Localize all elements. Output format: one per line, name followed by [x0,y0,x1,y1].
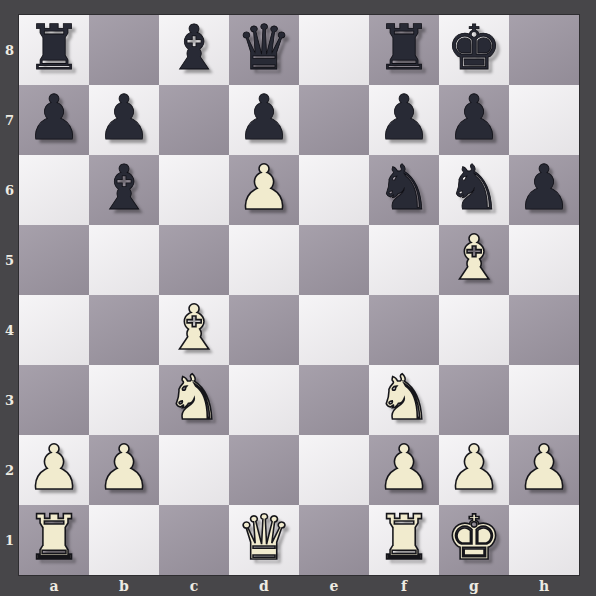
square-d5[interactable] [229,225,299,295]
square-d7[interactable]: ♟ [229,85,299,155]
square-a7[interactable]: ♟ [19,85,89,155]
square-h4[interactable] [509,295,579,365]
square-f1[interactable]: ♜ [369,505,439,575]
square-d6[interactable]: ♟ [229,155,299,225]
square-b4[interactable] [89,295,159,365]
rank-label-1: 1 [0,505,19,575]
piece-black-knight[interactable]: ♞ [376,157,432,219]
square-f4[interactable] [369,295,439,365]
file-label-g: g [439,575,509,596]
square-h2[interactable]: ♟ [509,435,579,505]
square-h3[interactable] [509,365,579,435]
square-a4[interactable] [19,295,89,365]
piece-black-rook[interactable]: ♜ [26,17,82,79]
square-h6[interactable]: ♟ [509,155,579,225]
square-g7[interactable]: ♟ [439,85,509,155]
square-f7[interactable]: ♟ [369,85,439,155]
square-d8[interactable]: ♛ [229,15,299,85]
piece-white-pawn[interactable]: ♟ [376,437,432,499]
square-e8[interactable] [299,15,369,85]
square-h8[interactable] [509,15,579,85]
piece-white-king[interactable]: ♚ [446,507,502,569]
piece-black-bishop[interactable]: ♝ [166,17,222,79]
piece-black-pawn[interactable]: ♟ [376,87,432,149]
square-h1[interactable] [509,505,579,575]
square-e1[interactable] [299,505,369,575]
piece-white-knight[interactable]: ♞ [376,367,432,429]
board: ♜♝♛♜♚♟♟♟♟♟♝♟♞♞♟♝♝♞♞♟♟♟♟♟♜♛♜♚ [19,15,579,575]
piece-black-pawn[interactable]: ♟ [236,87,292,149]
piece-white-bishop[interactable]: ♝ [446,227,502,289]
square-g8[interactable]: ♚ [439,15,509,85]
square-b6[interactable]: ♝ [89,155,159,225]
square-a3[interactable] [19,365,89,435]
square-c6[interactable] [159,155,229,225]
square-g1[interactable]: ♚ [439,505,509,575]
piece-black-knight[interactable]: ♞ [446,157,502,219]
square-b2[interactable]: ♟ [89,435,159,505]
chess-board-frame: 87654321 ♜♝♛♜♚♟♟♟♟♟♝♟♞♞♟♝♝♞♞♟♟♟♟♟♜♛♜♚ ab… [0,0,596,596]
file-label-c: c [159,575,229,596]
square-f6[interactable]: ♞ [369,155,439,225]
square-a6[interactable] [19,155,89,225]
square-d2[interactable] [229,435,299,505]
file-label-e: e [299,575,369,596]
square-g6[interactable]: ♞ [439,155,509,225]
square-e2[interactable] [299,435,369,505]
piece-black-pawn[interactable]: ♟ [96,87,152,149]
square-e6[interactable] [299,155,369,225]
piece-white-queen[interactable]: ♛ [236,507,292,569]
piece-black-pawn[interactable]: ♟ [446,87,502,149]
square-e4[interactable] [299,295,369,365]
square-d4[interactable] [229,295,299,365]
piece-black-queen[interactable]: ♛ [236,17,292,79]
rank-label-8: 8 [0,15,19,85]
file-labels: abcdefgh [19,575,579,596]
square-d1[interactable]: ♛ [229,505,299,575]
piece-white-pawn[interactable]: ♟ [96,437,152,499]
rank-label-7: 7 [0,85,19,155]
piece-white-rook[interactable]: ♜ [376,507,432,569]
square-a1[interactable]: ♜ [19,505,89,575]
square-f3[interactable]: ♞ [369,365,439,435]
square-d3[interactable] [229,365,299,435]
piece-white-bishop[interactable]: ♝ [166,297,222,359]
square-b1[interactable] [89,505,159,575]
piece-black-pawn[interactable]: ♟ [516,157,572,219]
square-c4[interactable]: ♝ [159,295,229,365]
file-label-f: f [369,575,439,596]
piece-white-rook[interactable]: ♜ [26,507,82,569]
square-g4[interactable] [439,295,509,365]
square-e7[interactable] [299,85,369,155]
rank-label-2: 2 [0,435,19,505]
piece-black-rook[interactable]: ♜ [376,17,432,79]
square-a8[interactable]: ♜ [19,15,89,85]
square-a2[interactable]: ♟ [19,435,89,505]
piece-white-pawn[interactable]: ♟ [236,157,292,219]
square-e5[interactable] [299,225,369,295]
piece-white-pawn[interactable]: ♟ [26,437,82,499]
rank-label-4: 4 [0,295,19,365]
square-h7[interactable] [509,85,579,155]
rank-labels: 87654321 [0,15,19,575]
rank-label-6: 6 [0,155,19,225]
square-g3[interactable] [439,365,509,435]
piece-white-pawn[interactable]: ♟ [446,437,502,499]
square-e3[interactable] [299,365,369,435]
square-h5[interactable] [509,225,579,295]
square-b8[interactable] [89,15,159,85]
square-c2[interactable] [159,435,229,505]
square-c8[interactable]: ♝ [159,15,229,85]
square-c1[interactable] [159,505,229,575]
piece-black-bishop[interactable]: ♝ [96,157,152,219]
square-c7[interactable] [159,85,229,155]
square-b5[interactable] [89,225,159,295]
square-g2[interactable]: ♟ [439,435,509,505]
file-label-d: d [229,575,299,596]
piece-black-king[interactable]: ♚ [446,17,502,79]
rank-label-5: 5 [0,225,19,295]
piece-white-pawn[interactable]: ♟ [516,437,572,499]
square-b3[interactable] [89,365,159,435]
square-g5[interactable]: ♝ [439,225,509,295]
square-a5[interactable] [19,225,89,295]
square-c5[interactable] [159,225,229,295]
square-c3[interactable]: ♞ [159,365,229,435]
square-f8[interactable]: ♜ [369,15,439,85]
rank-label-3: 3 [0,365,19,435]
file-label-h: h [509,575,579,596]
square-f2[interactable]: ♟ [369,435,439,505]
file-label-a: a [19,575,89,596]
file-label-b: b [89,575,159,596]
piece-white-knight[interactable]: ♞ [166,367,222,429]
square-f5[interactable] [369,225,439,295]
square-b7[interactable]: ♟ [89,85,159,155]
piece-black-pawn[interactable]: ♟ [26,87,82,149]
